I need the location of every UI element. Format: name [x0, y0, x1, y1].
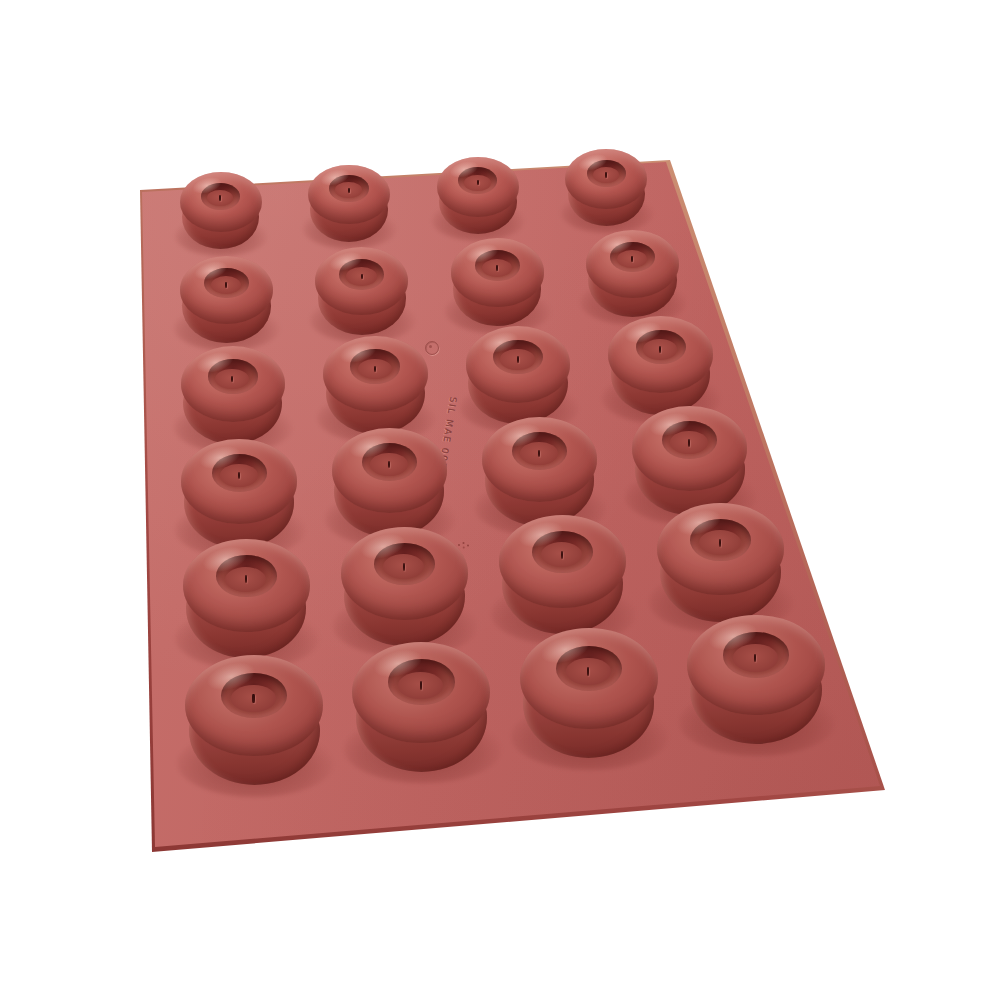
cavity-floor — [346, 267, 376, 285]
cavity-floor — [593, 167, 620, 183]
cavity-vent-pin — [420, 681, 422, 690]
mold-cavity-r2-c2 — [315, 247, 408, 336]
cavity-floor — [211, 276, 241, 294]
cavity-vent-pin — [219, 195, 221, 200]
cavity-floor — [398, 672, 443, 699]
cavity-vent-pin — [361, 274, 363, 280]
cavity-floor — [215, 369, 249, 390]
cavity-floor — [335, 182, 362, 198]
mold-cavity-r3-c3 — [466, 326, 570, 425]
cavity-floor — [733, 644, 778, 671]
cavity-floor — [370, 453, 408, 476]
mold-cavity-r2-c4 — [586, 230, 679, 319]
cavity-vent-pin — [587, 667, 589, 676]
mold-cavity-r4-c1 — [181, 439, 297, 549]
cavity-vent-pin — [631, 256, 633, 262]
cavity-vent-pin — [561, 551, 563, 559]
mold-cavity-r6-c1 — [185, 655, 323, 786]
mold-cavity-r5-c1 — [183, 539, 310, 659]
cavity-vent-pin — [496, 265, 498, 271]
cavity-vent-pin — [348, 188, 350, 193]
mold-cavity-r1-c2 — [308, 165, 390, 243]
cavity-floor — [482, 259, 512, 277]
mold-cavity-r1-c3 — [437, 157, 519, 235]
cavity-vent-pin — [252, 694, 254, 703]
cavity-floor — [383, 554, 424, 579]
cavity-floor — [566, 658, 611, 685]
mold-cavity-r2-c3 — [451, 238, 544, 327]
mold-cavity-r6-c3 — [520, 628, 658, 759]
cavity-floor — [358, 359, 392, 380]
cavity-vent-pin — [231, 376, 233, 383]
mold-cavity-r4-c2 — [332, 428, 448, 538]
mold-cavity-r1-c4 — [565, 149, 647, 227]
cavity-floor — [520, 442, 558, 465]
mold-cavity-r5-c4 — [657, 503, 784, 623]
cavity-vent-pin — [605, 172, 607, 177]
cavity-vent-pin — [245, 575, 247, 583]
cavity-vent-pin — [477, 180, 479, 185]
cavity-vent-pin — [225, 282, 227, 288]
cavity-vent-pin — [538, 450, 540, 457]
mold-cavity-r1-c1 — [180, 172, 262, 250]
mold-cavity-r6-c4 — [687, 615, 825, 746]
cavity-floor — [207, 190, 234, 206]
cavities-layer — [0, 0, 1000, 1000]
cavity-floor — [617, 250, 647, 268]
cavity-vent-pin — [517, 356, 519, 363]
cavity-floor — [464, 175, 491, 191]
cavity-vent-pin — [754, 654, 756, 663]
cavity-vent-pin — [374, 366, 376, 373]
cavity-vent-pin — [659, 346, 661, 353]
cavity-floor — [699, 530, 740, 555]
cavity-floor — [670, 431, 708, 454]
cavity-vent-pin — [719, 539, 721, 547]
cavity-floor — [643, 339, 677, 360]
cavity-vent-pin — [688, 439, 690, 446]
cavity-floor — [225, 567, 266, 592]
mold-cavity-r3-c4 — [608, 316, 712, 415]
mold-cavity-r5-c2 — [341, 527, 468, 647]
mold-cavity-r3-c1 — [181, 346, 285, 445]
product-photo-scene: SIL MAE 0072 — [0, 0, 1000, 1000]
cavity-vent-pin — [403, 563, 405, 571]
cavity-floor — [541, 542, 582, 567]
cavity-floor — [220, 464, 258, 487]
mold-cavity-r2-c1 — [180, 256, 273, 345]
cavity-floor — [231, 685, 276, 712]
cavity-vent-pin — [238, 472, 240, 479]
cavity-floor — [500, 349, 534, 370]
mold-cavity-r4-c3 — [482, 417, 598, 527]
mold-cavity-r6-c2 — [352, 642, 490, 773]
mold-cavity-r5-c3 — [499, 515, 626, 635]
mold-cavity-r3-c2 — [323, 336, 427, 435]
mold-cavity-r4-c4 — [632, 406, 748, 516]
cavity-vent-pin — [388, 461, 390, 468]
